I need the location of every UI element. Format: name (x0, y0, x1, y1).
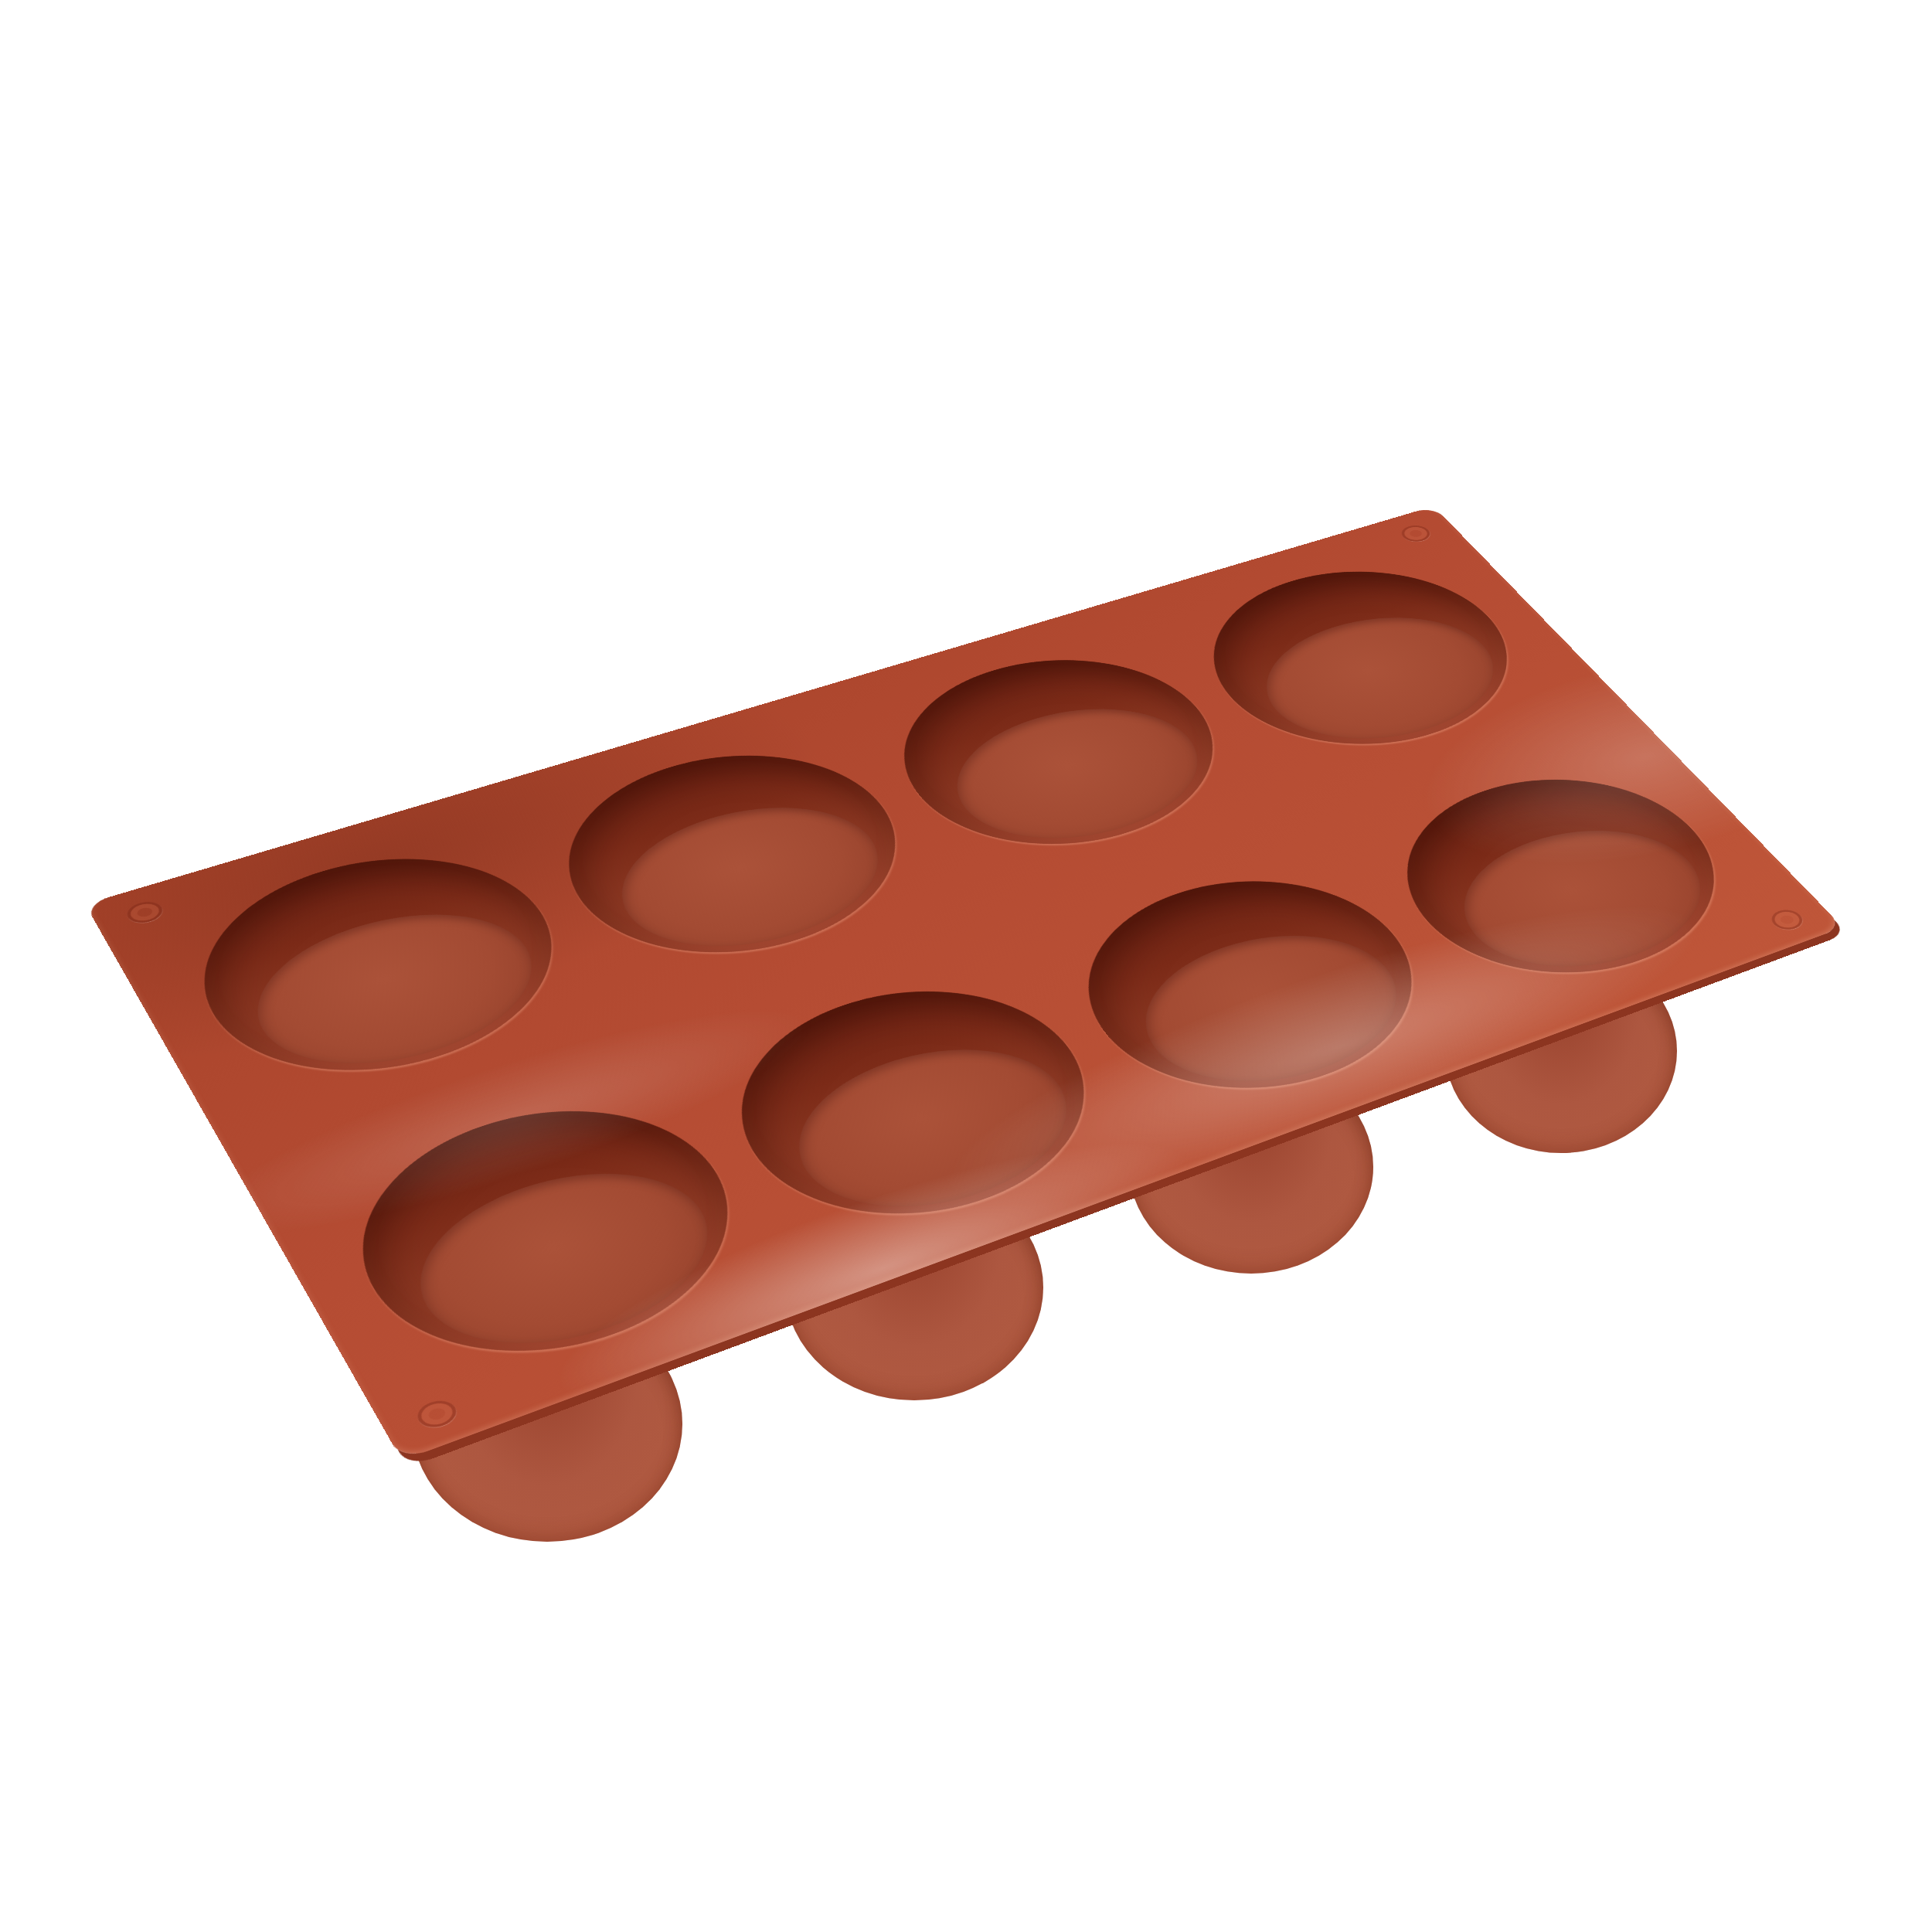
cavity-bottom (762, 1021, 1106, 1239)
cavity (312, 1071, 783, 1398)
cavity-bottom (226, 887, 566, 1094)
cavity-bottom (1231, 596, 1531, 763)
cavity (521, 723, 947, 990)
cavity-bottom (588, 783, 913, 975)
cavity-bottom (1425, 806, 1740, 994)
cavity-bottom (922, 685, 1234, 864)
cavity (159, 824, 602, 1111)
cavity (689, 954, 1141, 1257)
cavity (1034, 847, 1469, 1128)
cavity-bottom (385, 1143, 746, 1379)
product-photo-scene (0, 0, 1932, 1932)
cavity (1352, 747, 1772, 1009)
cavity-bottom (1107, 909, 1437, 1111)
cavity (855, 630, 1266, 879)
cavity (1163, 543, 1560, 776)
